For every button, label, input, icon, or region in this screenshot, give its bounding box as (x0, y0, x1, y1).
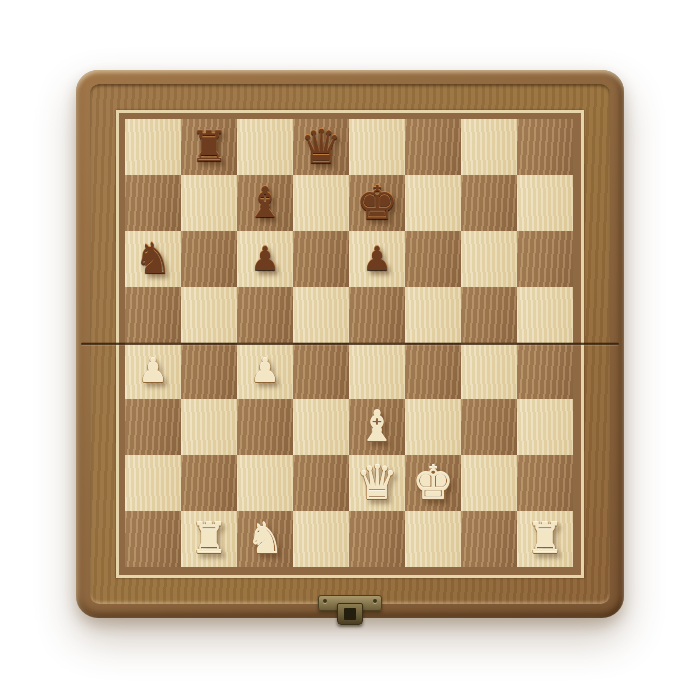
square-h8[interactable] (517, 119, 573, 175)
piece-white-pawn[interactable]: ♟ (125, 343, 181, 399)
square-a6[interactable]: ♞ (125, 231, 181, 287)
piece-black-rook[interactable]: ♜ (181, 119, 237, 175)
square-f7[interactable] (405, 175, 461, 231)
square-g8[interactable] (461, 119, 517, 175)
square-h5[interactable] (517, 287, 573, 343)
piece-white-bishop[interactable]: ♝ (349, 399, 405, 455)
square-c8[interactable] (237, 119, 293, 175)
square-g3[interactable] (461, 399, 517, 455)
piece-white-rook[interactable]: ♜ (181, 511, 237, 567)
square-a1[interactable] (125, 511, 181, 567)
square-e3[interactable]: ♝ (349, 399, 405, 455)
square-f8[interactable] (405, 119, 461, 175)
square-c4[interactable]: ♟ (237, 343, 293, 399)
square-b8[interactable]: ♜ (181, 119, 237, 175)
square-e4[interactable] (349, 343, 405, 399)
square-h2[interactable] (517, 455, 573, 511)
square-d3[interactable] (293, 399, 349, 455)
square-f2[interactable]: ♚ (405, 455, 461, 511)
square-f4[interactable] (405, 343, 461, 399)
square-a7[interactable] (125, 175, 181, 231)
square-b5[interactable] (181, 287, 237, 343)
square-a3[interactable] (125, 399, 181, 455)
square-e7[interactable]: ♚ (349, 175, 405, 231)
square-c6[interactable]: ♟ (237, 231, 293, 287)
piece-white-rook[interactable]: ♜ (517, 511, 573, 567)
piece-white-pawn[interactable]: ♟ (237, 343, 293, 399)
clasp-latch[interactable] (318, 595, 382, 625)
square-h4[interactable] (517, 343, 573, 399)
square-c7[interactable]: ♝ (237, 175, 293, 231)
square-h3[interactable] (517, 399, 573, 455)
page-background: ♜♛♝♚♞♟♟♟♟♝♛♚♜♞♜ (0, 0, 700, 700)
square-f1[interactable] (405, 511, 461, 567)
square-d8[interactable]: ♛ (293, 119, 349, 175)
square-g7[interactable] (461, 175, 517, 231)
clasp-screw-icon (373, 599, 377, 603)
square-b7[interactable] (181, 175, 237, 231)
square-a5[interactable] (125, 287, 181, 343)
square-a8[interactable] (125, 119, 181, 175)
square-c1[interactable]: ♞ (237, 511, 293, 567)
square-g4[interactable] (461, 343, 517, 399)
piece-black-king[interactable]: ♚ (349, 175, 405, 231)
board-grid: ♜♛♝♚♞♟♟♟♟♝♛♚♜♞♜ (125, 119, 573, 567)
square-f6[interactable] (405, 231, 461, 287)
square-e8[interactable] (349, 119, 405, 175)
square-h6[interactable] (517, 231, 573, 287)
square-g6[interactable] (461, 231, 517, 287)
square-d1[interactable] (293, 511, 349, 567)
square-c5[interactable] (237, 287, 293, 343)
square-d7[interactable] (293, 175, 349, 231)
square-d5[interactable] (293, 287, 349, 343)
square-a4[interactable]: ♟ (125, 343, 181, 399)
square-h1[interactable]: ♜ (517, 511, 573, 567)
piece-black-queen[interactable]: ♛ (293, 119, 349, 175)
piece-black-pawn[interactable]: ♟ (349, 231, 405, 287)
chess-box: ♜♛♝♚♞♟♟♟♟♝♛♚♜♞♜ (76, 70, 624, 618)
piece-white-king[interactable]: ♚ (405, 455, 461, 511)
square-g2[interactable] (461, 455, 517, 511)
square-d2[interactable] (293, 455, 349, 511)
piece-white-queen[interactable]: ♛ (349, 455, 405, 511)
square-b1[interactable]: ♜ (181, 511, 237, 567)
square-e2[interactable]: ♛ (349, 455, 405, 511)
clasp-screw-icon (323, 599, 327, 603)
square-b6[interactable] (181, 231, 237, 287)
square-c2[interactable] (237, 455, 293, 511)
board-frame: ♜♛♝♚♞♟♟♟♟♝♛♚♜♞♜ (90, 84, 610, 604)
frame-inlay-line: ♜♛♝♚♞♟♟♟♟♝♛♚♜♞♜ (116, 110, 584, 578)
square-e1[interactable] (349, 511, 405, 567)
square-d4[interactable] (293, 343, 349, 399)
square-a2[interactable] (125, 455, 181, 511)
square-e6[interactable]: ♟ (349, 231, 405, 287)
square-f3[interactable] (405, 399, 461, 455)
piece-white-knight[interactable]: ♞ (237, 511, 293, 567)
square-d6[interactable] (293, 231, 349, 287)
square-c3[interactable] (237, 399, 293, 455)
square-b3[interactable] (181, 399, 237, 455)
square-g5[interactable] (461, 287, 517, 343)
square-h7[interactable] (517, 175, 573, 231)
square-g1[interactable] (461, 511, 517, 567)
square-f5[interactable] (405, 287, 461, 343)
square-b4[interactable] (181, 343, 237, 399)
piece-black-bishop[interactable]: ♝ (237, 175, 293, 231)
piece-black-knight[interactable]: ♞ (125, 231, 181, 287)
piece-black-pawn[interactable]: ♟ (237, 231, 293, 287)
square-b2[interactable] (181, 455, 237, 511)
clasp-hook-slot (344, 608, 356, 620)
square-e5[interactable] (349, 287, 405, 343)
